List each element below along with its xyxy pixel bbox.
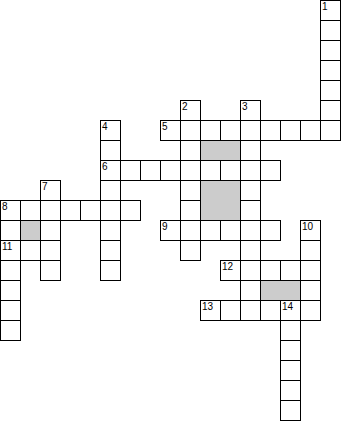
cell-r6-c15[interactable] xyxy=(300,120,321,141)
shaded-block-4 xyxy=(260,280,301,301)
cell-r5-c12[interactable] xyxy=(240,100,261,121)
cell-r13-c0[interactable] xyxy=(0,260,21,281)
cell-r10-c6[interactable] xyxy=(120,200,141,221)
cell-r11-c11[interactable] xyxy=(220,220,241,241)
shaded-block-1 xyxy=(200,140,241,161)
cell-r10-c4[interactable] xyxy=(80,200,101,221)
cell-r8-c10[interactable] xyxy=(200,160,221,181)
cell-r12-c5[interactable] xyxy=(100,240,121,261)
cell-r3-c16[interactable] xyxy=(320,60,341,81)
cell-r13-c2[interactable] xyxy=(40,260,61,281)
cell-r12-c12[interactable] xyxy=(240,240,261,261)
cell-r15-c13[interactable] xyxy=(260,300,281,321)
cell-r7-c12[interactable] xyxy=(240,140,261,161)
cell-r10-c1[interactable] xyxy=(20,200,41,221)
cell-r2-c16[interactable] xyxy=(320,40,341,61)
cell-r6-c9[interactable] xyxy=(180,120,201,141)
cell-r7-c5[interactable] xyxy=(100,140,121,161)
cell-r5-c16[interactable] xyxy=(320,100,341,121)
cell-r9-c5[interactable] xyxy=(100,180,121,201)
cell-r16-c14[interactable] xyxy=(280,320,301,341)
cell-r6-c5[interactable] xyxy=(100,120,121,141)
cell-r6-c13[interactable] xyxy=(260,120,281,141)
cell-r8-c8[interactable] xyxy=(160,160,181,181)
cell-r13-c5[interactable] xyxy=(100,260,121,281)
cell-r15-c10[interactable] xyxy=(200,300,221,321)
cell-r11-c9[interactable] xyxy=(180,220,201,241)
cell-r5-c9[interactable] xyxy=(180,100,201,121)
cell-r15-c11[interactable] xyxy=(220,300,241,321)
cell-r6-c16[interactable] xyxy=(320,120,341,141)
cell-r6-c11[interactable] xyxy=(220,120,241,141)
crossword-board: 1234567891011121314 xyxy=(0,0,341,421)
cell-r18-c14[interactable] xyxy=(280,360,301,381)
cell-r10-c9[interactable] xyxy=(180,200,201,221)
cell-r9-c12[interactable] xyxy=(240,180,261,201)
cell-r11-c5[interactable] xyxy=(100,220,121,241)
shaded-block-3 xyxy=(20,220,41,241)
cell-r12-c1[interactable] xyxy=(20,240,41,261)
cell-r11-c10[interactable] xyxy=(200,220,221,241)
cell-r14-c12[interactable] xyxy=(240,280,261,301)
cell-r8-c5[interactable] xyxy=(100,160,121,181)
cell-r14-c15[interactable] xyxy=(300,280,321,301)
cell-r13-c13[interactable] xyxy=(260,260,281,281)
cell-r6-c14[interactable] xyxy=(280,120,301,141)
cell-r10-c2[interactable] xyxy=(40,200,61,221)
cell-r7-c9[interactable] xyxy=(180,140,201,161)
cell-r11-c15[interactable] xyxy=(300,220,321,241)
cell-r10-c12[interactable] xyxy=(240,200,261,221)
cell-r17-c14[interactable] xyxy=(280,340,301,361)
cell-r9-c9[interactable] xyxy=(180,180,201,201)
cell-r16-c0[interactable] xyxy=(0,320,21,341)
cell-r15-c0[interactable] xyxy=(0,300,21,321)
cell-r11-c13[interactable] xyxy=(260,220,281,241)
cell-r11-c2[interactable] xyxy=(40,220,61,241)
shaded-block-2 xyxy=(200,180,241,221)
cell-r13-c12[interactable] xyxy=(240,260,261,281)
cell-r12-c0[interactable] xyxy=(0,240,21,261)
cell-r15-c14[interactable] xyxy=(280,300,301,321)
cell-r19-c14[interactable] xyxy=(280,380,301,401)
cell-r8-c9[interactable] xyxy=(180,160,201,181)
cell-r8-c13[interactable] xyxy=(260,160,281,181)
cell-r9-c2[interactable] xyxy=(40,180,61,201)
cell-r11-c8[interactable] xyxy=(160,220,181,241)
cell-r11-c0[interactable] xyxy=(0,220,21,241)
cell-r10-c3[interactable] xyxy=(60,200,81,221)
cell-r12-c2[interactable] xyxy=(40,240,61,261)
cell-r10-c0[interactable] xyxy=(0,200,21,221)
cell-r20-c14[interactable] xyxy=(280,400,301,421)
cell-r6-c8[interactable] xyxy=(160,120,181,141)
cell-r10-c5[interactable] xyxy=(100,200,121,221)
cell-r12-c9[interactable] xyxy=(180,240,201,261)
cell-r6-c10[interactable] xyxy=(200,120,221,141)
cell-r13-c11[interactable] xyxy=(220,260,241,281)
cell-r12-c15[interactable] xyxy=(300,240,321,261)
cell-r8-c12[interactable] xyxy=(240,160,261,181)
cell-r1-c16[interactable] xyxy=(320,20,341,41)
cell-r11-c12[interactable] xyxy=(240,220,261,241)
cell-r8-c11[interactable] xyxy=(220,160,241,181)
cell-r13-c14[interactable] xyxy=(280,260,301,281)
cell-r0-c16[interactable] xyxy=(320,0,341,21)
cell-r13-c15[interactable] xyxy=(300,260,321,281)
cell-r8-c6[interactable] xyxy=(120,160,141,181)
cell-r4-c16[interactable] xyxy=(320,80,341,101)
cell-r6-c12[interactable] xyxy=(240,120,261,141)
cell-r8-c7[interactable] xyxy=(140,160,161,181)
cell-r14-c0[interactable] xyxy=(0,280,21,301)
cell-r15-c12[interactable] xyxy=(240,300,261,321)
cell-r15-c15[interactable] xyxy=(300,300,321,321)
